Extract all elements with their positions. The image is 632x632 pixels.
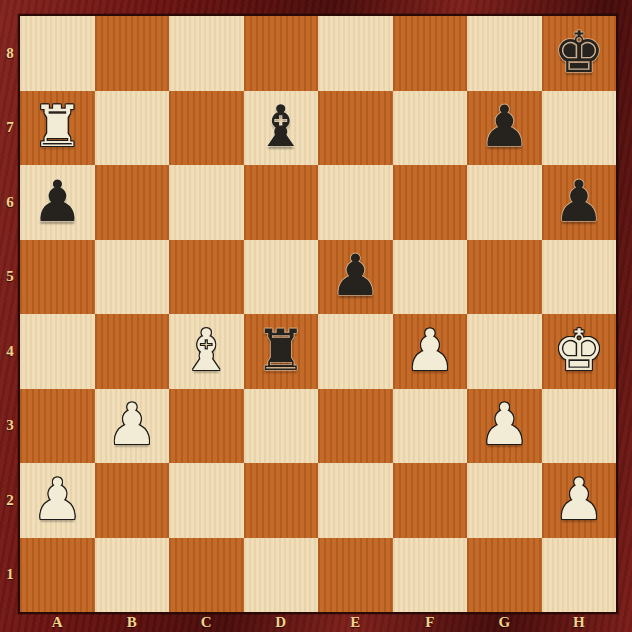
file-label-g: G — [467, 612, 542, 632]
square-c4[interactable]: ♝ — [169, 314, 244, 389]
square-b2[interactable] — [95, 463, 170, 538]
square-a3[interactable] — [20, 389, 95, 464]
file-label-c: C — [169, 612, 244, 632]
rank-label-1: 1 — [0, 538, 20, 613]
white-pawn-f4[interactable]: ♟ — [404, 322, 455, 379]
square-e7[interactable] — [318, 91, 393, 166]
square-b7[interactable] — [95, 91, 170, 166]
square-h5[interactable] — [542, 240, 617, 315]
square-e2[interactable] — [318, 463, 393, 538]
square-f2[interactable] — [393, 463, 468, 538]
square-f1[interactable] — [393, 538, 468, 613]
black-bishop-d7[interactable]: ♝ — [255, 98, 306, 155]
square-g8[interactable] — [467, 16, 542, 91]
square-e1[interactable] — [318, 538, 393, 613]
square-g3[interactable]: ♟ — [467, 389, 542, 464]
square-h6[interactable]: ♟ — [542, 165, 617, 240]
square-d2[interactable] — [244, 463, 319, 538]
square-g2[interactable] — [467, 463, 542, 538]
square-c3[interactable] — [169, 389, 244, 464]
square-b5[interactable] — [95, 240, 170, 315]
square-c8[interactable] — [169, 16, 244, 91]
square-b3[interactable]: ♟ — [95, 389, 170, 464]
square-d3[interactable] — [244, 389, 319, 464]
square-f4[interactable]: ♟ — [393, 314, 468, 389]
square-f7[interactable] — [393, 91, 468, 166]
square-h7[interactable] — [542, 91, 617, 166]
square-g1[interactable] — [467, 538, 542, 613]
white-pawn-h2[interactable]: ♟ — [553, 471, 604, 528]
black-king-h8[interactable]: ♚ — [553, 24, 604, 81]
square-a7[interactable]: ♜ — [20, 91, 95, 166]
white-rook-a7[interactable]: ♜ — [32, 98, 83, 155]
chessboard-frame: 87654321 ♚♜♝♟♟♟♟♝♜♟♚♟♟♟♟ ABCDEFGH — [0, 0, 632, 632]
rank-label-6: 6 — [0, 165, 20, 240]
black-pawn-h6[interactable]: ♟ — [553, 173, 604, 230]
white-king-h4[interactable]: ♚ — [553, 322, 604, 379]
file-label-d: D — [244, 612, 319, 632]
rank-label-4: 4 — [0, 314, 20, 389]
black-pawn-e5[interactable]: ♟ — [330, 247, 381, 304]
black-pawn-g7[interactable]: ♟ — [479, 98, 530, 155]
rank-label-8: 8 — [0, 16, 20, 91]
white-pawn-b3[interactable]: ♟ — [106, 396, 157, 453]
rank-label-7: 7 — [0, 91, 20, 166]
square-b8[interactable] — [95, 16, 170, 91]
square-b6[interactable] — [95, 165, 170, 240]
white-bishop-c4[interactable]: ♝ — [181, 322, 232, 379]
square-d1[interactable] — [244, 538, 319, 613]
square-a5[interactable] — [20, 240, 95, 315]
square-c6[interactable] — [169, 165, 244, 240]
rank-labels: 87654321 — [0, 16, 20, 612]
white-pawn-g3[interactable]: ♟ — [479, 396, 530, 453]
file-label-b: B — [95, 612, 170, 632]
square-f6[interactable] — [393, 165, 468, 240]
square-b4[interactable] — [95, 314, 170, 389]
square-a4[interactable] — [20, 314, 95, 389]
file-label-f: F — [393, 612, 468, 632]
board: ♚♜♝♟♟♟♟♝♜♟♚♟♟♟♟ — [20, 16, 616, 612]
square-d8[interactable] — [244, 16, 319, 91]
square-h3[interactable] — [542, 389, 617, 464]
square-e4[interactable] — [318, 314, 393, 389]
file-label-h: H — [542, 612, 617, 632]
square-e8[interactable] — [318, 16, 393, 91]
square-c1[interactable] — [169, 538, 244, 613]
square-f3[interactable] — [393, 389, 468, 464]
rank-label-2: 2 — [0, 463, 20, 538]
square-f5[interactable] — [393, 240, 468, 315]
square-g6[interactable] — [467, 165, 542, 240]
file-labels: ABCDEFGH — [20, 612, 616, 632]
square-b1[interactable] — [95, 538, 170, 613]
square-g4[interactable] — [467, 314, 542, 389]
black-rook-d4[interactable]: ♜ — [255, 322, 306, 379]
square-g7[interactable]: ♟ — [467, 91, 542, 166]
square-h4[interactable]: ♚ — [542, 314, 617, 389]
square-a1[interactable] — [20, 538, 95, 613]
square-h2[interactable]: ♟ — [542, 463, 617, 538]
square-d6[interactable] — [244, 165, 319, 240]
rank-label-3: 3 — [0, 389, 20, 464]
square-c5[interactable] — [169, 240, 244, 315]
square-h8[interactable]: ♚ — [542, 16, 617, 91]
file-label-e: E — [318, 612, 393, 632]
square-d4[interactable]: ♜ — [244, 314, 319, 389]
square-c7[interactable] — [169, 91, 244, 166]
white-pawn-a2[interactable]: ♟ — [32, 471, 83, 528]
rank-label-5: 5 — [0, 240, 20, 315]
square-e5[interactable]: ♟ — [318, 240, 393, 315]
square-g5[interactable] — [467, 240, 542, 315]
square-a6[interactable]: ♟ — [20, 165, 95, 240]
square-h1[interactable] — [542, 538, 617, 613]
file-label-a: A — [20, 612, 95, 632]
square-a8[interactable] — [20, 16, 95, 91]
square-d5[interactable] — [244, 240, 319, 315]
black-pawn-a6[interactable]: ♟ — [32, 173, 83, 230]
square-a2[interactable]: ♟ — [20, 463, 95, 538]
square-d7[interactable]: ♝ — [244, 91, 319, 166]
square-e3[interactable] — [318, 389, 393, 464]
square-c2[interactable] — [169, 463, 244, 538]
square-e6[interactable] — [318, 165, 393, 240]
square-f8[interactable] — [393, 16, 468, 91]
